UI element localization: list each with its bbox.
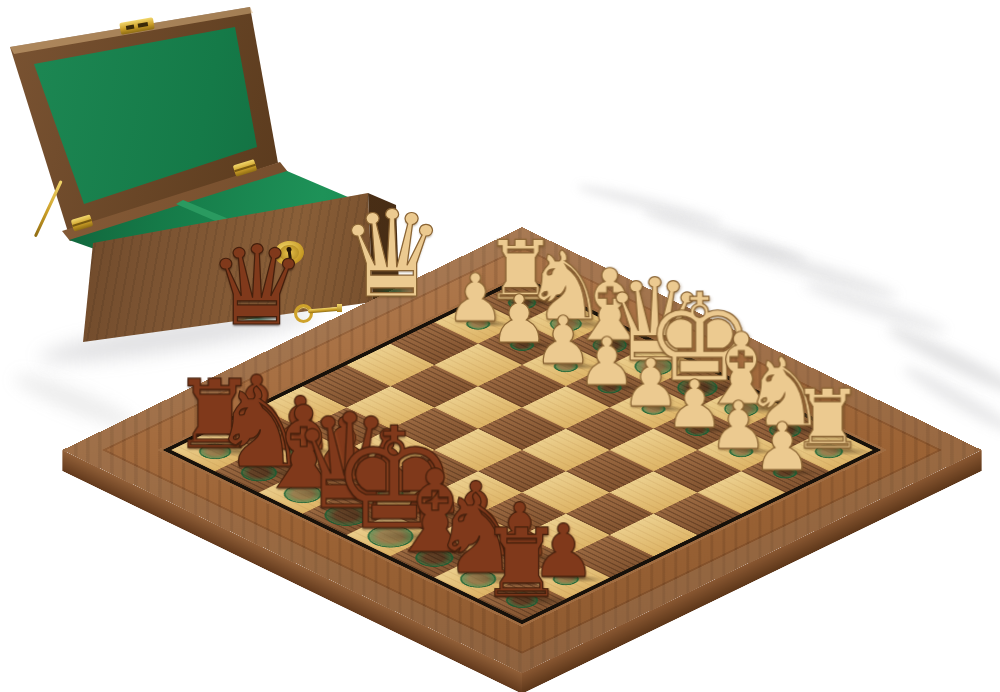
piece-glyph: ♟ xyxy=(692,414,872,480)
square-h8[interactable]: ♜ xyxy=(478,578,566,621)
key-bow-icon xyxy=(294,304,313,323)
square-h2[interactable]: ♟ xyxy=(741,450,829,493)
key-bit-icon xyxy=(337,304,342,312)
square-f4[interactable] xyxy=(566,450,654,493)
piece-glyph: ♜ xyxy=(432,516,612,610)
piece-shadow-streak xyxy=(576,180,725,229)
chess-set-product-photo: ♜♞♝♛♚♝♞♜♟♟♟♟♟♟♟♟♟♟♟♟♟♟♟♟♜♞♝♛♚♝♞♜ ♛ ♛ xyxy=(0,0,1000,692)
box-lid-stay-icon xyxy=(34,180,63,237)
brass-key[interactable] xyxy=(294,300,354,326)
